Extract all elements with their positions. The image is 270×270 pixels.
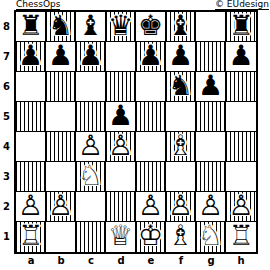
piece-black-rook: ♜ [226, 12, 256, 41]
piece-glyph: ♚ [136, 11, 165, 41]
square-b4[interactable] [46, 132, 76, 162]
piece-fill: ♜ [16, 221, 45, 251]
square-c7[interactable]: ♟ [76, 42, 106, 72]
piece-fill: ♞ [76, 161, 105, 191]
square-h8[interactable]: ♜ [226, 12, 256, 42]
square-c4[interactable]: ♟♙ [76, 132, 106, 162]
piece-fill: ♝ [166, 131, 195, 161]
piece-glyph: ♞ [166, 71, 195, 101]
square-a4[interactable] [16, 132, 46, 162]
piece-white-knight: ♞♘ [76, 162, 105, 191]
square-b5[interactable] [46, 102, 76, 132]
piece-glyph: ♞ [46, 11, 75, 41]
piece-black-knight: ♞ [166, 72, 195, 101]
piece-black-queen: ♛ [106, 12, 135, 41]
square-g2[interactable]: ♟♙ [196, 192, 226, 222]
piece-black-bishop: ♝ [166, 12, 195, 41]
piece-glyph: ♟ [166, 41, 195, 71]
piece-white-bishop: ♝♗ [166, 222, 195, 252]
square-f6[interactable]: ♞ [166, 72, 196, 102]
app-title: ChessOps [16, 0, 60, 10]
piece-white-knight: ♞♘ [196, 222, 225, 252]
square-c6[interactable] [76, 72, 106, 102]
piece-white-pawn: ♟♙ [76, 132, 105, 161]
piece-fill: ♜ [226, 221, 256, 251]
rank-labels: 87654321 [0, 12, 13, 252]
square-g5[interactable] [196, 102, 226, 132]
square-h2[interactable]: ♟♙ [226, 192, 256, 222]
piece-white-queen: ♛♕ [106, 222, 135, 252]
square-b2[interactable]: ♟♙ [46, 192, 76, 222]
credit-text: © EUdesign [215, 0, 269, 10]
square-b7[interactable]: ♟ [46, 42, 76, 72]
piece-black-king: ♚ [136, 12, 165, 41]
square-e8[interactable]: ♚ [136, 12, 166, 42]
piece-black-pawn: ♟ [166, 42, 195, 71]
piece-glyph: ♙ [16, 191, 45, 221]
square-b3[interactable] [46, 162, 76, 192]
square-e2[interactable]: ♟♙ [136, 192, 166, 222]
square-g8[interactable] [196, 12, 226, 42]
piece-black-rook: ♜ [16, 12, 45, 41]
rank-label-8: 8 [0, 12, 13, 42]
piece-glyph: ♖ [16, 221, 45, 251]
square-d7[interactable] [106, 42, 136, 72]
square-a5[interactable] [16, 102, 46, 132]
piece-glyph: ♟ [226, 41, 256, 71]
piece-black-pawn: ♟ [106, 102, 135, 131]
square-h4[interactable] [226, 132, 256, 162]
piece-glyph: ♙ [196, 191, 225, 221]
square-e5[interactable] [136, 102, 166, 132]
piece-glyph: ♟ [196, 71, 225, 101]
square-a3[interactable] [16, 162, 46, 192]
square-e3[interactable] [136, 162, 166, 192]
square-c2[interactable] [76, 192, 106, 222]
square-d2[interactable] [106, 192, 136, 222]
square-a1[interactable]: ♜♖ [16, 222, 46, 252]
piece-fill: ♞ [196, 221, 225, 251]
piece-black-pawn: ♟ [136, 42, 165, 71]
piece-glyph: ♙ [166, 191, 195, 221]
rank-label-6: 6 [0, 72, 13, 102]
square-f4[interactable]: ♝♗ [166, 132, 196, 162]
chess-board: ♜♞♝♛♚♝♜♟♟♟♟♟♟♞♟♟♟♙♟♙♝♗♞♘♟♙♟♙♟♙♟♙♟♙♟♙♜♖♛♕… [14, 10, 258, 254]
piece-glyph: ♗ [166, 131, 195, 161]
square-f1[interactable]: ♝♗ [166, 222, 196, 252]
square-g4[interactable] [196, 132, 226, 162]
piece-glyph: ♟ [16, 41, 45, 71]
square-h6[interactable] [226, 72, 256, 102]
piece-black-pawn: ♟ [76, 42, 105, 71]
square-c8[interactable]: ♝ [76, 12, 106, 42]
square-e4[interactable] [136, 132, 166, 162]
piece-glyph: ♟ [106, 101, 135, 131]
square-f7[interactable]: ♟ [166, 42, 196, 72]
square-b6[interactable] [46, 72, 76, 102]
piece-glyph: ♟ [136, 41, 165, 71]
rank-label-7: 7 [0, 42, 13, 72]
square-d3[interactable] [106, 162, 136, 192]
piece-glyph: ♝ [166, 11, 195, 41]
square-f8[interactable]: ♝ [166, 12, 196, 42]
piece-white-pawn: ♟♙ [16, 192, 45, 221]
piece-glyph: ♙ [136, 191, 165, 221]
piece-glyph: ♜ [226, 11, 256, 41]
piece-white-pawn: ♟♙ [46, 192, 75, 221]
square-g3[interactable] [196, 162, 226, 192]
square-c5[interactable] [76, 102, 106, 132]
piece-black-pawn: ♟ [196, 72, 225, 101]
square-b1[interactable] [46, 222, 76, 252]
piece-white-pawn: ♟♙ [226, 192, 256, 221]
square-h1[interactable]: ♜♖ [226, 222, 256, 252]
square-e6[interactable] [136, 72, 166, 102]
piece-glyph: ♕ [106, 221, 135, 251]
square-h5[interactable] [226, 102, 256, 132]
rank-label-5: 5 [0, 102, 13, 132]
square-a6[interactable] [16, 72, 46, 102]
rank-label-2: 2 [0, 192, 13, 222]
piece-fill: ♟ [106, 131, 135, 161]
piece-black-bishop: ♝ [76, 12, 105, 41]
piece-fill: ♟ [226, 191, 256, 221]
piece-black-pawn: ♟ [226, 42, 256, 71]
piece-glyph: ♜ [16, 11, 45, 41]
square-h3[interactable] [226, 162, 256, 192]
square-e1[interactable]: ♚♔ [136, 222, 166, 252]
rank-label-3: 3 [0, 162, 13, 192]
piece-glyph: ♟ [76, 41, 105, 71]
piece-black-knight: ♞ [46, 12, 75, 41]
file-label-f: f [166, 255, 196, 267]
square-f3[interactable] [166, 162, 196, 192]
file-label-b: b [46, 255, 76, 267]
square-d5[interactable]: ♟ [106, 102, 136, 132]
file-label-e: e [136, 255, 166, 267]
piece-black-pawn: ♟ [46, 42, 75, 71]
file-label-a: a [16, 255, 46, 267]
file-label-d: d [106, 255, 136, 267]
piece-fill: ♝ [166, 221, 195, 251]
square-h7[interactable]: ♟ [226, 42, 256, 72]
piece-glyph: ♙ [46, 191, 75, 221]
square-f5[interactable] [166, 102, 196, 132]
square-g7[interactable] [196, 42, 226, 72]
piece-white-rook: ♜♖ [226, 222, 256, 252]
piece-fill: ♛ [106, 221, 135, 251]
file-labels: abcdefgh [16, 255, 256, 267]
piece-white-king: ♚♔ [136, 222, 165, 252]
piece-glyph: ♙ [76, 131, 105, 161]
piece-white-pawn: ♟♙ [106, 132, 135, 161]
piece-fill: ♚ [136, 221, 165, 251]
rank-label-1: 1 [0, 222, 13, 252]
piece-glyph: ♟ [46, 41, 75, 71]
piece-glyph: ♙ [226, 191, 256, 221]
piece-fill: ♟ [16, 191, 45, 221]
piece-white-pawn: ♟♙ [196, 192, 225, 221]
file-label-g: g [196, 255, 226, 267]
piece-fill: ♟ [76, 131, 105, 161]
piece-glyph: ♖ [226, 221, 256, 251]
piece-black-pawn: ♟ [16, 42, 45, 71]
file-label-c: c [76, 255, 106, 267]
file-label-h: h [226, 255, 256, 267]
rank-label-4: 4 [0, 132, 13, 162]
square-d8[interactable]: ♛ [106, 12, 136, 42]
piece-glyph: ♘ [76, 161, 105, 191]
square-c1[interactable] [76, 222, 106, 252]
square-e7[interactable]: ♟ [136, 42, 166, 72]
piece-glyph: ♛ [106, 11, 135, 41]
square-a7[interactable]: ♟ [16, 42, 46, 72]
piece-glyph: ♘ [196, 221, 225, 251]
square-d1[interactable]: ♛♕ [106, 222, 136, 252]
piece-glyph: ♔ [136, 221, 165, 251]
square-d6[interactable] [106, 72, 136, 102]
square-c3[interactable]: ♞♘ [76, 162, 106, 192]
square-b8[interactable]: ♞ [46, 12, 76, 42]
piece-fill: ♟ [196, 191, 225, 221]
piece-white-bishop: ♝♗ [166, 132, 195, 161]
square-d4[interactable]: ♟♙ [106, 132, 136, 162]
square-g1[interactable]: ♞♘ [196, 222, 226, 252]
piece-glyph: ♗ [166, 221, 195, 251]
piece-white-pawn: ♟♙ [166, 192, 195, 221]
square-g6[interactable]: ♟ [196, 72, 226, 102]
piece-fill: ♟ [46, 191, 75, 221]
piece-white-pawn: ♟♙ [136, 192, 165, 221]
piece-fill: ♟ [136, 191, 165, 221]
square-a8[interactable]: ♜ [16, 12, 46, 42]
piece-white-rook: ♜♖ [16, 222, 45, 252]
piece-glyph: ♙ [106, 131, 135, 161]
square-a2[interactable]: ♟♙ [16, 192, 46, 222]
square-f2[interactable]: ♟♙ [166, 192, 196, 222]
piece-fill: ♟ [166, 191, 195, 221]
piece-glyph: ♝ [76, 11, 105, 41]
